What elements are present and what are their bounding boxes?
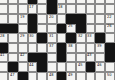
clue-number: 43 bbox=[87, 53, 92, 57]
cell-r6c2[interactable] bbox=[8, 43, 18, 53]
crossword-grid: 1416171819202225262829303132333738394142… bbox=[0, 0, 115, 80]
cell-r3c2[interactable] bbox=[8, 14, 18, 24]
clue-number: 25 bbox=[68, 24, 73, 28]
cell-r6c3[interactable] bbox=[18, 43, 28, 53]
cell-r5c10[interactable]: 33 bbox=[86, 33, 96, 43]
block-cell-r5c11 bbox=[95, 33, 105, 43]
cell-r4c10[interactable] bbox=[86, 24, 96, 34]
clue-number: 29 bbox=[20, 34, 25, 38]
cell-r9c10[interactable] bbox=[86, 72, 96, 80]
block-cell-r6c12 bbox=[105, 43, 115, 53]
clue-number: 33 bbox=[87, 34, 92, 38]
cell-r7c6[interactable] bbox=[47, 53, 57, 63]
cell-r4c8[interactable]: 25 bbox=[66, 24, 76, 34]
cell-r7c1[interactable]: 41 bbox=[0, 53, 8, 63]
cell-r6c6[interactable]: 37 bbox=[47, 43, 57, 53]
cell-r2c1[interactable] bbox=[0, 4, 8, 14]
cell-r5c3[interactable]: 29 bbox=[18, 33, 28, 43]
cell-r5c9[interactable]: 32 bbox=[76, 33, 86, 43]
cell-r6c9[interactable] bbox=[76, 43, 86, 53]
block-cell-r3c4 bbox=[28, 14, 38, 24]
cell-r3c6[interactable]: 20 bbox=[47, 14, 57, 24]
cell-r9c6[interactable]: 48 bbox=[47, 72, 57, 80]
cell-r8c8[interactable] bbox=[66, 62, 76, 72]
cell-r8c1[interactable] bbox=[0, 62, 8, 72]
cell-r3c3[interactable]: 19 bbox=[18, 14, 28, 24]
cell-r6c8[interactable]: 38 bbox=[66, 43, 76, 53]
cell-r3c7[interactable] bbox=[57, 14, 67, 24]
block-cell-r9c7 bbox=[57, 72, 67, 80]
cell-r4c11[interactable] bbox=[95, 24, 105, 34]
clue-number: 46 bbox=[97, 63, 102, 67]
cell-r9c1[interactable] bbox=[0, 72, 8, 80]
clue-number: 42 bbox=[20, 53, 25, 57]
cell-r2c11[interactable] bbox=[95, 4, 105, 14]
clue-number: 39 bbox=[97, 44, 102, 48]
clue-number: 47 bbox=[10, 73, 15, 77]
cell-r7c10[interactable]: 43 bbox=[86, 53, 96, 63]
cell-r5c2[interactable] bbox=[8, 33, 18, 43]
clue-number: 17 bbox=[29, 5, 34, 9]
block-cell-r4c4 bbox=[28, 24, 38, 34]
block-cell-r3c9 bbox=[76, 14, 86, 24]
block-cell-r7c7 bbox=[57, 53, 67, 63]
block-cell-r6c7 bbox=[57, 43, 67, 53]
clue-number: 45 bbox=[78, 63, 83, 67]
clue-number: 26 bbox=[107, 24, 112, 28]
cell-r4c12[interactable]: 26 bbox=[105, 24, 115, 34]
clue-number: 31 bbox=[49, 34, 54, 38]
cell-r4c6[interactable] bbox=[47, 24, 57, 34]
cell-r9c12[interactable]: 50 bbox=[105, 72, 115, 80]
cell-r9c9[interactable] bbox=[76, 72, 86, 80]
cell-r8c11[interactable]: 46 bbox=[95, 62, 105, 72]
cell-r2c7[interactable]: 18 bbox=[57, 4, 67, 14]
cell-r3c5[interactable] bbox=[37, 14, 47, 24]
block-cell-r8c5 bbox=[37, 62, 47, 72]
block-cell-r5c8 bbox=[66, 33, 76, 43]
block-cell-r8c2 bbox=[8, 62, 18, 72]
block-cell-r5c5 bbox=[37, 33, 47, 43]
cell-r2c5[interactable] bbox=[37, 4, 47, 14]
clue-number: 37 bbox=[49, 44, 54, 48]
cell-r8c6[interactable] bbox=[47, 62, 57, 72]
cell-r6c11[interactable]: 39 bbox=[95, 43, 105, 53]
cell-r7c3[interactable]: 42 bbox=[18, 53, 28, 63]
cell-r8c12[interactable] bbox=[105, 62, 115, 72]
cell-r5c4[interactable]: 30 bbox=[28, 33, 38, 43]
cell-r9c8[interactable]: 49 bbox=[66, 72, 76, 80]
clue-number: 22 bbox=[107, 15, 112, 19]
block-cell-r4c1 bbox=[0, 24, 8, 34]
clue-number: 30 bbox=[29, 34, 34, 38]
cell-r3c12[interactable]: 22 bbox=[105, 14, 115, 24]
clue-number: 38 bbox=[68, 44, 73, 48]
cell-r9c2[interactable]: 47 bbox=[8, 72, 18, 80]
block-cell-r4c7 bbox=[57, 24, 67, 34]
cell-r6c4[interactable] bbox=[28, 43, 38, 53]
cell-r5c1[interactable]: 28 bbox=[0, 33, 8, 43]
block-cell-r4c9 bbox=[76, 24, 86, 34]
cell-r8c7[interactable] bbox=[57, 62, 67, 72]
cell-r2c10[interactable] bbox=[86, 4, 96, 14]
clue-number: 32 bbox=[78, 34, 83, 38]
clue-number: 19 bbox=[20, 15, 25, 19]
clue-number: 18 bbox=[58, 5, 63, 9]
cell-r6c5[interactable] bbox=[37, 43, 47, 53]
cell-r7c9[interactable] bbox=[76, 53, 86, 63]
clue-number: 48 bbox=[49, 73, 54, 77]
cell-r3c1[interactable] bbox=[0, 14, 8, 24]
cell-r8c4[interactable]: 44 bbox=[28, 62, 38, 72]
cell-r8c3[interactable] bbox=[18, 62, 28, 72]
block-cell-r7c12 bbox=[105, 53, 115, 63]
cell-r7c11[interactable] bbox=[95, 53, 105, 63]
cell-r5c6[interactable]: 31 bbox=[47, 33, 57, 43]
block-cell-r7c5 bbox=[37, 53, 47, 63]
clue-number: 41 bbox=[0, 53, 5, 57]
cell-r4c5[interactable] bbox=[37, 24, 47, 34]
cell-r8c9[interactable]: 45 bbox=[76, 62, 86, 72]
clue-number: 20 bbox=[49, 15, 54, 19]
cell-r5c12[interactable] bbox=[105, 33, 115, 43]
clue-number: 44 bbox=[29, 63, 34, 67]
cell-r2c9[interactable] bbox=[76, 4, 86, 14]
crossword-scan: 1416171819202225262829303132333738394142… bbox=[0, 0, 115, 80]
clue-number: 50 bbox=[107, 73, 112, 77]
cell-r2c4[interactable]: 17 bbox=[28, 4, 38, 14]
cell-r7c8[interactable] bbox=[66, 53, 76, 63]
block-cell-r6c1 bbox=[0, 43, 8, 53]
block-cell-r3c8 bbox=[66, 14, 76, 24]
clue-number: 28 bbox=[0, 34, 5, 38]
block-cell-r4c2 bbox=[8, 24, 18, 34]
cell-r6c10[interactable] bbox=[86, 43, 96, 53]
cell-r9c11[interactable] bbox=[95, 72, 105, 80]
cell-r2c8[interactable] bbox=[66, 4, 76, 14]
block-cell-r8c10 bbox=[86, 62, 96, 72]
cell-r2c3[interactable] bbox=[18, 4, 28, 14]
cell-r2c12[interactable] bbox=[105, 4, 115, 14]
block-cell-r2c6 bbox=[47, 4, 57, 14]
cell-r9c5[interactable] bbox=[37, 72, 47, 80]
cell-r4c3[interactable] bbox=[18, 24, 28, 34]
cell-r3c10[interactable] bbox=[86, 14, 96, 24]
cell-r9c4[interactable] bbox=[28, 72, 38, 80]
cell-r3c11[interactable] bbox=[95, 14, 105, 24]
cell-r5c7[interactable] bbox=[57, 33, 67, 43]
block-cell-r7c4 bbox=[28, 53, 38, 63]
block-cell-r9c3 bbox=[18, 72, 28, 80]
cell-r7c2[interactable] bbox=[8, 53, 18, 63]
cell-r2c2[interactable] bbox=[8, 4, 18, 14]
clue-number: 49 bbox=[68, 73, 73, 77]
